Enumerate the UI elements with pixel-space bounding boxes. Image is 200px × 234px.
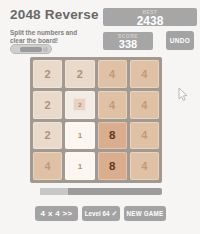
- subtitle: Split the numbers and clear the board!: [10, 29, 77, 44]
- tile-r1c4: 4: [130, 60, 159, 88]
- checkmark-icon: ✓: [111, 210, 117, 217]
- best-score-box: BEST 2438: [103, 8, 197, 26]
- tile-r1c1: 2: [33, 60, 62, 88]
- tile-r1c3: 4: [98, 60, 127, 88]
- new-game-button[interactable]: NEW GAME: [124, 206, 166, 221]
- pill-cap: [43, 47, 48, 52]
- score-value: 338: [103, 39, 153, 50]
- tile-r4c3: 8: [98, 152, 127, 180]
- tile-r3c2: 1: [65, 122, 94, 150]
- pill-text-blob: [20, 47, 42, 52]
- page-title: 2048 Reverse: [10, 7, 99, 22]
- tile-r2c1: 2: [33, 91, 62, 119]
- board-size-button[interactable]: 4 x 4 >>: [35, 206, 78, 221]
- best-value: 2438: [103, 15, 197, 27]
- tile-r3c4: 4: [130, 122, 159, 150]
- tile-r4c2: 1: [65, 152, 94, 180]
- mouse-cursor: [178, 88, 188, 102]
- level-select-button[interactable]: Level 64 ✓: [82, 206, 120, 221]
- tile-r1c2: 2: [65, 60, 94, 88]
- small-pill-button[interactable]: [10, 44, 52, 54]
- game-window: 2048 Reverse Split the numbers and clear…: [0, 0, 200, 234]
- score-box: SCORE 338: [103, 32, 153, 50]
- tile-r3c1: 2: [33, 122, 62, 150]
- subtitle-line1: Split the numbers and: [10, 29, 77, 37]
- tile-r3c3: 8: [98, 122, 127, 150]
- progress-bar: [40, 188, 162, 195]
- undo-button[interactable]: UNDO: [166, 31, 194, 50]
- tile-r4c1: 4: [33, 152, 62, 180]
- tile-r2c4: 4: [130, 91, 159, 119]
- tile-r2c2: 2: [65, 91, 94, 119]
- tile-r2c3: 4: [98, 91, 127, 119]
- spawning-tile: 2: [73, 98, 86, 111]
- tile-r4c4: 4: [130, 152, 159, 180]
- level-label: Level 64: [85, 210, 110, 217]
- progress-fill: [40, 188, 68, 195]
- game-board[interactable]: 2244224421844184: [30, 57, 162, 183]
